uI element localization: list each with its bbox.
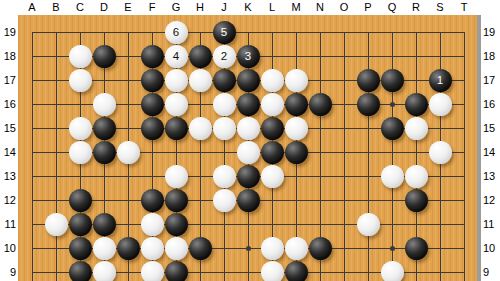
stone-black-F18 bbox=[141, 45, 164, 68]
stone-white-M17 bbox=[285, 69, 308, 92]
stone-white-B11 bbox=[45, 213, 68, 236]
move-number-6: 6 bbox=[173, 26, 179, 38]
col-label-F: F bbox=[142, 1, 162, 13]
col-label-R: R bbox=[406, 1, 426, 13]
col-label-L: L bbox=[262, 1, 282, 13]
stone-black-C9 bbox=[69, 261, 92, 281]
row-label-right-13: 13 bbox=[483, 169, 499, 183]
row-label-right-15: 15 bbox=[483, 121, 499, 135]
row-label-right-12: 12 bbox=[483, 193, 499, 207]
stone-black-M9 bbox=[285, 261, 308, 281]
stone-black-Q17 bbox=[381, 69, 404, 92]
stone-black-M14 bbox=[285, 141, 308, 164]
stone-black-H10 bbox=[189, 237, 212, 260]
col-label-P: P bbox=[358, 1, 378, 13]
stone-black-F17 bbox=[141, 69, 164, 92]
stone-black-P17 bbox=[357, 69, 380, 92]
stone-black-Q15 bbox=[381, 117, 404, 140]
row-label-left-11: 11 bbox=[0, 217, 17, 231]
stone-black-R16 bbox=[405, 93, 428, 116]
row-label-left-13: 13 bbox=[0, 169, 17, 183]
board-edge-shadow bbox=[477, 15, 481, 281]
row-label-right-10: 10 bbox=[483, 241, 499, 255]
move-number-5: 5 bbox=[221, 26, 227, 38]
stone-white-L16 bbox=[261, 93, 284, 116]
star-point-Q10 bbox=[390, 246, 395, 251]
stone-white-L10 bbox=[261, 237, 284, 260]
stone-white-L13 bbox=[261, 165, 284, 188]
stone-white-D16 bbox=[93, 93, 116, 116]
stone-black-C10 bbox=[69, 237, 92, 260]
stone-black-D11 bbox=[93, 213, 116, 236]
row-label-left-12: 12 bbox=[0, 193, 17, 207]
col-label-N: N bbox=[310, 1, 330, 13]
grid-line-col-T bbox=[464, 32, 465, 281]
star-point-K10 bbox=[246, 246, 251, 251]
stone-black-H18 bbox=[189, 45, 212, 68]
row-label-left-14: 14 bbox=[0, 145, 17, 159]
row-label-right-16: 16 bbox=[483, 97, 499, 111]
row-label-left-16: 16 bbox=[0, 97, 17, 111]
grid-line-col-A bbox=[32, 32, 33, 281]
stone-white-G13 bbox=[165, 165, 188, 188]
stone-black-G9 bbox=[165, 261, 188, 281]
stone-white-D9 bbox=[93, 261, 116, 281]
stone-white-S14 bbox=[429, 141, 452, 164]
col-label-K: K bbox=[238, 1, 258, 13]
grid-line-col-B bbox=[56, 32, 57, 281]
stone-white-G18: 4 bbox=[165, 45, 188, 68]
stone-white-G19: 6 bbox=[165, 21, 188, 44]
stone-white-G17 bbox=[165, 69, 188, 92]
stone-white-J18: 2 bbox=[213, 45, 236, 68]
row-label-left-17: 17 bbox=[0, 73, 17, 87]
col-label-B: B bbox=[46, 1, 66, 13]
stone-black-P16 bbox=[357, 93, 380, 116]
stone-white-F10 bbox=[141, 237, 164, 260]
col-label-J: J bbox=[214, 1, 234, 13]
move-number-2: 2 bbox=[221, 50, 227, 62]
col-label-T: T bbox=[454, 1, 474, 13]
stone-black-E10 bbox=[117, 237, 140, 260]
stone-black-K17 bbox=[237, 69, 260, 92]
stone-black-K16 bbox=[237, 93, 260, 116]
row-label-left-15: 15 bbox=[0, 121, 17, 135]
stone-black-F12 bbox=[141, 189, 164, 212]
star-point-Q16 bbox=[390, 102, 395, 107]
stone-white-R13 bbox=[405, 165, 428, 188]
stone-white-C15 bbox=[69, 117, 92, 140]
stone-black-M16 bbox=[285, 93, 308, 116]
stone-black-R10 bbox=[405, 237, 428, 260]
stone-black-D14 bbox=[93, 141, 116, 164]
col-label-Q: Q bbox=[382, 1, 402, 13]
stone-black-J17 bbox=[213, 69, 236, 92]
move-number-3: 3 bbox=[245, 50, 251, 62]
stone-black-G11 bbox=[165, 213, 188, 236]
stone-white-M15 bbox=[285, 117, 308, 140]
move-number-1: 1 bbox=[437, 74, 443, 86]
stone-white-C18 bbox=[69, 45, 92, 68]
stone-white-S16 bbox=[429, 93, 452, 116]
goban[interactable]: 531642 bbox=[18, 15, 477, 281]
stone-white-F11 bbox=[141, 213, 164, 236]
col-label-D: D bbox=[94, 1, 114, 13]
stone-white-G10 bbox=[165, 237, 188, 260]
stone-white-J16 bbox=[213, 93, 236, 116]
stone-white-D10 bbox=[93, 237, 116, 260]
stone-white-F9 bbox=[141, 261, 164, 281]
stone-white-P11 bbox=[357, 213, 380, 236]
row-label-left-18: 18 bbox=[0, 49, 17, 63]
col-label-C: C bbox=[70, 1, 90, 13]
stone-white-E14 bbox=[117, 141, 140, 164]
stone-white-J12 bbox=[213, 189, 236, 212]
col-label-O: O bbox=[334, 1, 354, 13]
stone-black-C12 bbox=[69, 189, 92, 212]
stone-white-M10 bbox=[285, 237, 308, 260]
stone-black-G12 bbox=[165, 189, 188, 212]
row-label-right-14: 14 bbox=[483, 145, 499, 159]
stone-black-G15 bbox=[165, 117, 188, 140]
stone-black-L15 bbox=[261, 117, 284, 140]
stone-black-D18 bbox=[93, 45, 116, 68]
stone-black-D15 bbox=[93, 117, 116, 140]
stone-black-K18: 3 bbox=[237, 45, 260, 68]
stone-white-Q13 bbox=[381, 165, 404, 188]
col-label-G: G bbox=[166, 1, 186, 13]
move-number-4: 4 bbox=[173, 50, 179, 62]
stone-white-L9 bbox=[261, 261, 284, 281]
stone-black-K12 bbox=[237, 189, 260, 212]
stone-black-K13 bbox=[237, 165, 260, 188]
grid-line-row-19 bbox=[32, 32, 465, 33]
stone-white-J13 bbox=[213, 165, 236, 188]
grid-line-col-O bbox=[344, 32, 345, 281]
row-label-right-11: 11 bbox=[483, 217, 499, 231]
stone-black-J19: 5 bbox=[213, 21, 236, 44]
row-label-right-17: 17 bbox=[483, 73, 499, 87]
col-label-H: H bbox=[190, 1, 210, 13]
stone-black-R12 bbox=[405, 189, 428, 212]
stone-white-L17 bbox=[261, 69, 284, 92]
col-label-A: A bbox=[22, 1, 42, 13]
col-label-M: M bbox=[286, 1, 306, 13]
stone-white-Q9 bbox=[381, 261, 404, 281]
stone-white-H15 bbox=[189, 117, 212, 140]
row-label-right-18: 18 bbox=[483, 49, 499, 63]
row-label-right-19: 19 bbox=[483, 25, 499, 39]
col-label-E: E bbox=[118, 1, 138, 13]
stone-black-F16 bbox=[141, 93, 164, 116]
stone-white-K14 bbox=[237, 141, 260, 164]
row-label-left-19: 19 bbox=[0, 25, 17, 39]
stone-black-L14 bbox=[261, 141, 284, 164]
row-label-left-9: 9 bbox=[0, 265, 17, 279]
stone-white-J15 bbox=[213, 117, 236, 140]
stone-white-C14 bbox=[69, 141, 92, 164]
stone-white-H17 bbox=[189, 69, 212, 92]
stone-black-N16 bbox=[309, 93, 332, 116]
stone-black-C11 bbox=[69, 213, 92, 236]
stone-black-N10 bbox=[309, 237, 332, 260]
stone-white-R15 bbox=[405, 117, 428, 140]
go-board-page: ABCDEFGHJKLMNOPQRST 19181716151413121110… bbox=[0, 0, 500, 281]
stone-white-C17 bbox=[69, 69, 92, 92]
row-label-left-10: 10 bbox=[0, 241, 17, 255]
stone-white-K15 bbox=[237, 117, 260, 140]
row-label-right-9: 9 bbox=[483, 265, 499, 279]
col-label-S: S bbox=[430, 1, 450, 13]
stone-white-G16 bbox=[165, 93, 188, 116]
stone-black-S17: 1 bbox=[429, 69, 452, 92]
stone-black-F15 bbox=[141, 117, 164, 140]
